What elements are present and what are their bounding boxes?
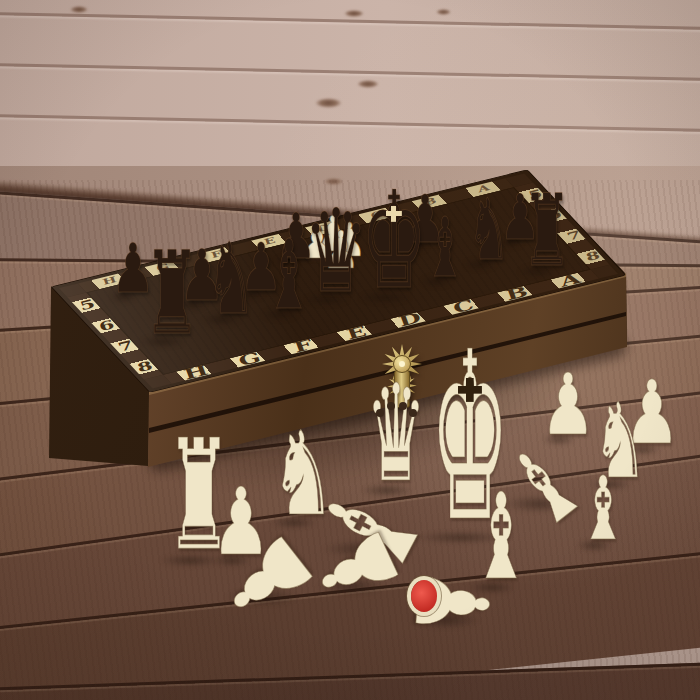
pieces-layer: ♟♟♟♟♟♟♟♞♜♝♟♟♚♛♟♝♞♜♟♟♞♛♝♞♝♚♝♝♟♜♟♟♟ [0,0,700,700]
queen-crown-dark-tip [387,402,395,410]
queen-crown-dark-tip [376,409,384,417]
chess-set-photo: HGFEDCBA56785678HGFEDCBA ♟♟♟♟♟♟♟♞♜♝♟♟♚♛♟… [0,0,700,700]
black-king-cream-cross [386,206,402,222]
white-king-dark-cross [458,378,482,402]
queen-crown-dark-tip [409,409,417,417]
queen-crown-dark-tip [399,402,407,410]
red-felt-base [411,580,437,612]
